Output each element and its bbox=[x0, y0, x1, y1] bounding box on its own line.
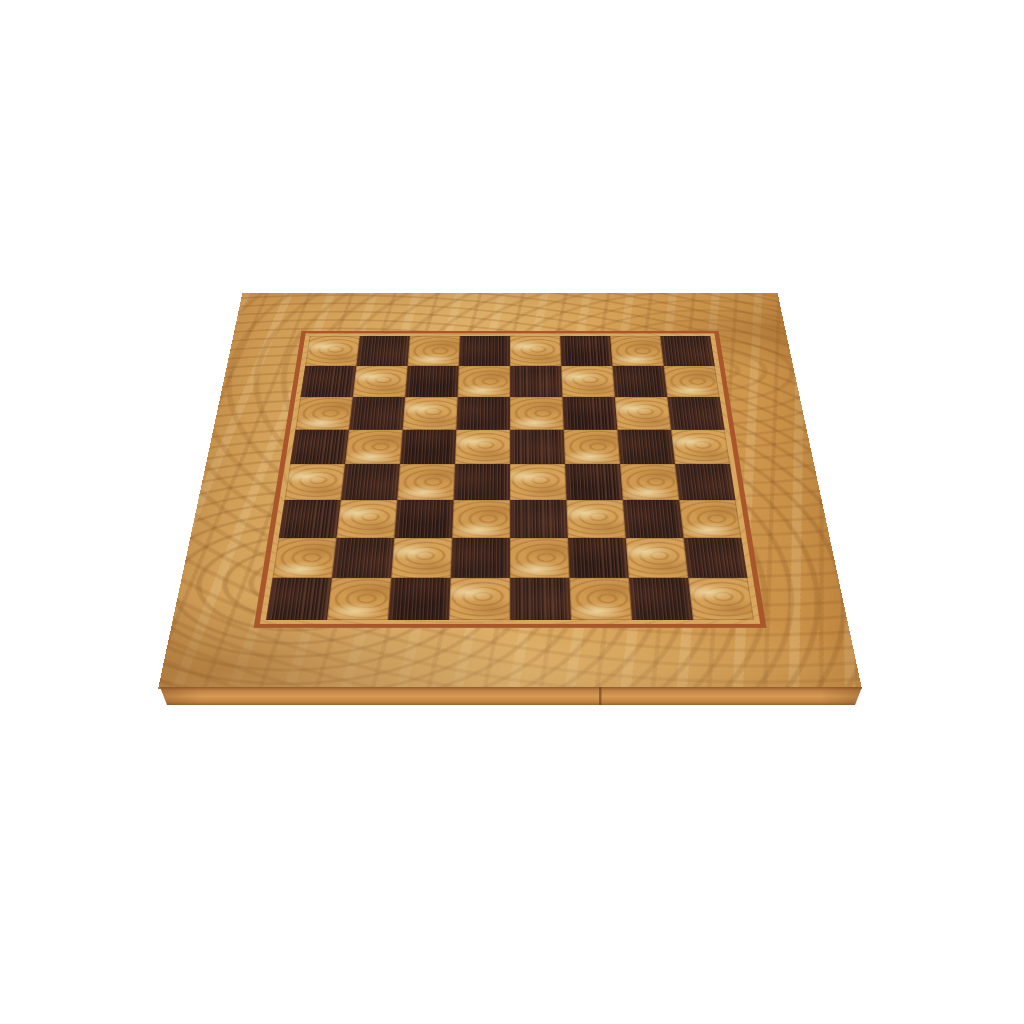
square-b4[interactable] bbox=[341, 464, 400, 500]
board-front-edge bbox=[160, 687, 862, 705]
square-g1[interactable] bbox=[629, 578, 693, 620]
square-g7[interactable] bbox=[612, 366, 667, 397]
square-f6[interactable] bbox=[562, 397, 617, 430]
square-a5[interactable] bbox=[290, 430, 349, 464]
square-b2[interactable] bbox=[332, 538, 394, 578]
square-b1[interactable] bbox=[327, 578, 391, 620]
square-a8[interactable] bbox=[305, 336, 360, 366]
square-g8[interactable] bbox=[610, 336, 664, 366]
board-grid bbox=[266, 336, 754, 620]
square-c7[interactable] bbox=[405, 366, 459, 397]
square-f3[interactable] bbox=[566, 500, 625, 538]
square-b7[interactable] bbox=[353, 366, 408, 397]
square-c4[interactable] bbox=[397, 464, 455, 500]
square-g4[interactable] bbox=[620, 464, 679, 500]
square-b5[interactable] bbox=[345, 430, 403, 464]
square-b6[interactable] bbox=[349, 397, 405, 430]
square-g6[interactable] bbox=[615, 397, 671, 430]
product-photo bbox=[0, 0, 1024, 1024]
square-g5[interactable] bbox=[617, 430, 675, 464]
square-e8[interactable] bbox=[510, 336, 561, 366]
square-h6[interactable] bbox=[667, 397, 724, 430]
square-a4[interactable] bbox=[284, 464, 345, 500]
square-e1[interactable] bbox=[510, 578, 571, 620]
square-c5[interactable] bbox=[400, 430, 456, 464]
square-d7[interactable] bbox=[458, 366, 510, 397]
square-c2[interactable] bbox=[391, 538, 452, 578]
square-e6[interactable] bbox=[510, 397, 564, 430]
square-d2[interactable] bbox=[451, 538, 510, 578]
board-frame bbox=[158, 293, 862, 689]
square-d1[interactable] bbox=[449, 578, 510, 620]
square-a3[interactable] bbox=[279, 500, 341, 538]
square-a1[interactable] bbox=[266, 578, 332, 620]
square-g3[interactable] bbox=[623, 500, 684, 538]
square-d8[interactable] bbox=[459, 336, 510, 366]
square-a7[interactable] bbox=[300, 366, 356, 397]
square-h8[interactable] bbox=[660, 336, 715, 366]
square-e4[interactable] bbox=[510, 464, 566, 500]
square-c6[interactable] bbox=[403, 397, 458, 430]
square-f8[interactable] bbox=[560, 336, 612, 366]
square-h7[interactable] bbox=[664, 366, 720, 397]
square-h5[interactable] bbox=[671, 430, 730, 464]
square-h4[interactable] bbox=[675, 464, 736, 500]
square-f2[interactable] bbox=[568, 538, 629, 578]
chess-board bbox=[158, 293, 862, 689]
square-d4[interactable] bbox=[454, 464, 510, 500]
square-b3[interactable] bbox=[336, 500, 397, 538]
square-e5[interactable] bbox=[510, 430, 565, 464]
square-c3[interactable] bbox=[394, 500, 453, 538]
square-d3[interactable] bbox=[452, 500, 510, 538]
square-e3[interactable] bbox=[510, 500, 568, 538]
square-g2[interactable] bbox=[626, 538, 688, 578]
square-h3[interactable] bbox=[679, 500, 741, 538]
square-h2[interactable] bbox=[684, 538, 748, 578]
square-d6[interactable] bbox=[456, 397, 510, 430]
inlay-border bbox=[254, 331, 767, 628]
square-f7[interactable] bbox=[561, 366, 615, 397]
square-b8[interactable] bbox=[356, 336, 410, 366]
square-f1[interactable] bbox=[569, 578, 632, 620]
square-h1[interactable] bbox=[688, 578, 754, 620]
square-d5[interactable] bbox=[455, 430, 510, 464]
square-f5[interactable] bbox=[564, 430, 620, 464]
square-c1[interactable] bbox=[388, 578, 451, 620]
square-f4[interactable] bbox=[565, 464, 623, 500]
square-a2[interactable] bbox=[272, 538, 336, 578]
square-a6[interactable] bbox=[295, 397, 352, 430]
square-c8[interactable] bbox=[408, 336, 460, 366]
square-e2[interactable] bbox=[510, 538, 569, 578]
square-e7[interactable] bbox=[510, 366, 562, 397]
